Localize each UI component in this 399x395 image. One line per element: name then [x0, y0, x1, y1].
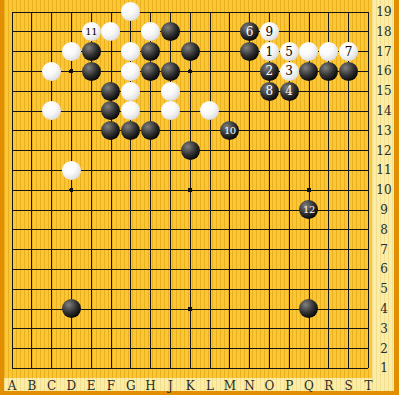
intersection-E16[interactable] — [81, 61, 101, 81]
intersection-E12[interactable] — [81, 141, 101, 161]
intersection-Q14[interactable] — [299, 101, 319, 121]
intersection-K8[interactable] — [180, 220, 200, 240]
intersection-H10[interactable] — [141, 180, 161, 200]
intersection-L17[interactable] — [200, 42, 220, 62]
intersection-E9[interactable] — [81, 200, 101, 220]
intersection-H4[interactable] — [141, 299, 161, 319]
intersection-E8[interactable] — [81, 220, 101, 240]
intersection-A9[interactable] — [2, 200, 22, 220]
intersection-J14[interactable] — [160, 101, 180, 121]
intersection-G1[interactable] — [121, 358, 141, 378]
intersection-S15[interactable] — [339, 81, 359, 101]
intersection-A18[interactable] — [2, 22, 22, 42]
intersection-F9[interactable] — [101, 200, 121, 220]
intersection-M9[interactable] — [220, 200, 240, 220]
intersection-E4[interactable] — [81, 299, 101, 319]
intersection-M12[interactable] — [220, 141, 240, 161]
intersection-C15[interactable] — [42, 81, 62, 101]
intersection-Q18[interactable] — [299, 22, 319, 42]
intersection-F15[interactable] — [101, 81, 121, 101]
intersection-K12[interactable] — [180, 141, 200, 161]
intersection-R2[interactable] — [319, 339, 339, 359]
intersection-F17[interactable] — [101, 42, 121, 62]
intersection-G12[interactable] — [121, 141, 141, 161]
intersection-J1[interactable] — [160, 358, 180, 378]
intersection-O4[interactable] — [259, 299, 279, 319]
intersection-A13[interactable] — [2, 121, 22, 141]
intersection-C18[interactable] — [42, 22, 62, 42]
intersection-C8[interactable] — [42, 220, 62, 240]
intersection-E18[interactable]: 11 — [81, 22, 101, 42]
intersection-N9[interactable] — [240, 200, 260, 220]
intersection-H14[interactable] — [141, 101, 161, 121]
intersection-K9[interactable] — [180, 200, 200, 220]
intersection-O3[interactable] — [259, 319, 279, 339]
intersection-L4[interactable] — [200, 299, 220, 319]
intersection-J5[interactable] — [160, 279, 180, 299]
intersection-N18[interactable]: 6 — [240, 22, 260, 42]
intersection-J8[interactable] — [160, 220, 180, 240]
intersection-A16[interactable] — [2, 61, 22, 81]
intersection-T4[interactable] — [358, 299, 378, 319]
intersection-F14[interactable] — [101, 101, 121, 121]
intersection-K19[interactable] — [180, 2, 200, 22]
intersection-K1[interactable] — [180, 358, 200, 378]
intersection-Q7[interactable] — [299, 240, 319, 260]
intersection-B5[interactable] — [22, 279, 42, 299]
intersection-S19[interactable] — [339, 2, 359, 22]
intersection-J3[interactable] — [160, 319, 180, 339]
intersection-G17[interactable] — [121, 42, 141, 62]
intersection-C1[interactable] — [42, 358, 62, 378]
intersection-B8[interactable] — [22, 220, 42, 240]
intersection-A12[interactable] — [2, 141, 22, 161]
intersection-H2[interactable] — [141, 339, 161, 359]
intersection-M19[interactable] — [220, 2, 240, 22]
intersection-J6[interactable] — [160, 259, 180, 279]
intersection-L9[interactable] — [200, 200, 220, 220]
intersection-S1[interactable] — [339, 358, 359, 378]
intersection-T6[interactable] — [358, 259, 378, 279]
intersection-O10[interactable] — [259, 180, 279, 200]
intersection-N8[interactable] — [240, 220, 260, 240]
intersection-E5[interactable] — [81, 279, 101, 299]
intersection-T3[interactable] — [358, 319, 378, 339]
intersection-H11[interactable] — [141, 160, 161, 180]
intersection-R15[interactable] — [319, 81, 339, 101]
intersection-F13[interactable] — [101, 121, 121, 141]
intersection-B7[interactable] — [22, 240, 42, 260]
intersection-B14[interactable] — [22, 101, 42, 121]
intersection-L8[interactable] — [200, 220, 220, 240]
intersection-C12[interactable] — [42, 141, 62, 161]
intersection-D13[interactable] — [61, 121, 81, 141]
intersection-B4[interactable] — [22, 299, 42, 319]
intersection-N13[interactable] — [240, 121, 260, 141]
intersection-D14[interactable] — [61, 101, 81, 121]
intersection-E15[interactable] — [81, 81, 101, 101]
intersection-B13[interactable] — [22, 121, 42, 141]
intersection-P9[interactable] — [279, 200, 299, 220]
intersection-N11[interactable] — [240, 160, 260, 180]
intersection-F3[interactable] — [101, 319, 121, 339]
intersection-L16[interactable] — [200, 61, 220, 81]
intersection-G5[interactable] — [121, 279, 141, 299]
intersection-S8[interactable] — [339, 220, 359, 240]
intersection-Q11[interactable] — [299, 160, 319, 180]
intersection-T16[interactable] — [358, 61, 378, 81]
intersection-T1[interactable] — [358, 358, 378, 378]
intersection-B3[interactable] — [22, 319, 42, 339]
intersection-Q8[interactable] — [299, 220, 319, 240]
intersection-A3[interactable] — [2, 319, 22, 339]
intersection-N10[interactable] — [240, 180, 260, 200]
intersection-L19[interactable] — [200, 2, 220, 22]
intersection-Q3[interactable] — [299, 319, 319, 339]
intersection-K11[interactable] — [180, 160, 200, 180]
intersection-B1[interactable] — [22, 358, 42, 378]
intersection-T9[interactable] — [358, 200, 378, 220]
intersection-M10[interactable] — [220, 180, 240, 200]
intersection-R10[interactable] — [319, 180, 339, 200]
intersection-E7[interactable] — [81, 240, 101, 260]
intersection-G14[interactable] — [121, 101, 141, 121]
intersection-T12[interactable] — [358, 141, 378, 161]
intersection-H1[interactable] — [141, 358, 161, 378]
intersection-S10[interactable] — [339, 180, 359, 200]
intersection-A17[interactable] — [2, 42, 22, 62]
intersection-C16[interactable] — [42, 61, 62, 81]
intersection-C6[interactable] — [42, 259, 62, 279]
intersection-G3[interactable] — [121, 319, 141, 339]
intersection-G13[interactable] — [121, 121, 141, 141]
intersection-O19[interactable] — [259, 2, 279, 22]
intersection-E17[interactable] — [81, 42, 101, 62]
intersection-N7[interactable] — [240, 240, 260, 260]
intersection-R4[interactable] — [319, 299, 339, 319]
intersection-O16[interactable]: 2 — [259, 61, 279, 81]
intersection-M16[interactable] — [220, 61, 240, 81]
intersection-G11[interactable] — [121, 160, 141, 180]
intersection-N19[interactable] — [240, 2, 260, 22]
intersection-Q19[interactable] — [299, 2, 319, 22]
intersection-M14[interactable] — [220, 101, 240, 121]
intersection-S13[interactable] — [339, 121, 359, 141]
intersection-P5[interactable] — [279, 279, 299, 299]
intersection-N2[interactable] — [240, 339, 260, 359]
intersection-K5[interactable] — [180, 279, 200, 299]
intersection-E11[interactable] — [81, 160, 101, 180]
intersection-D6[interactable] — [61, 259, 81, 279]
intersection-O18[interactable]: 9 — [259, 22, 279, 42]
intersection-Q13[interactable] — [299, 121, 319, 141]
intersection-S17[interactable]: 7 — [339, 42, 359, 62]
intersection-E1[interactable] — [81, 358, 101, 378]
intersection-C7[interactable] — [42, 240, 62, 260]
intersection-S6[interactable] — [339, 259, 359, 279]
intersection-T8[interactable] — [358, 220, 378, 240]
intersection-H7[interactable] — [141, 240, 161, 260]
intersection-J2[interactable] — [160, 339, 180, 359]
intersection-A4[interactable] — [2, 299, 22, 319]
intersection-N16[interactable] — [240, 61, 260, 81]
intersection-P12[interactable] — [279, 141, 299, 161]
intersection-G18[interactable] — [121, 22, 141, 42]
intersection-O11[interactable] — [259, 160, 279, 180]
intersection-M13[interactable]: 10 — [220, 121, 240, 141]
intersection-J15[interactable] — [160, 81, 180, 101]
intersection-L6[interactable] — [200, 259, 220, 279]
intersection-M3[interactable] — [220, 319, 240, 339]
intersection-C5[interactable] — [42, 279, 62, 299]
intersection-D11[interactable] — [61, 160, 81, 180]
intersection-J17[interactable] — [160, 42, 180, 62]
intersection-F11[interactable] — [101, 160, 121, 180]
intersection-S7[interactable] — [339, 240, 359, 260]
intersection-H16[interactable] — [141, 61, 161, 81]
intersection-B6[interactable] — [22, 259, 42, 279]
intersection-Q16[interactable] — [299, 61, 319, 81]
intersection-M6[interactable] — [220, 259, 240, 279]
intersection-M7[interactable] — [220, 240, 240, 260]
intersection-N14[interactable] — [240, 101, 260, 121]
intersection-F2[interactable] — [101, 339, 121, 359]
intersection-B11[interactable] — [22, 160, 42, 180]
intersection-O13[interactable] — [259, 121, 279, 141]
intersection-A15[interactable] — [2, 81, 22, 101]
intersection-K3[interactable] — [180, 319, 200, 339]
intersection-S18[interactable] — [339, 22, 359, 42]
intersection-O6[interactable] — [259, 259, 279, 279]
intersection-F7[interactable] — [101, 240, 121, 260]
intersection-P14[interactable] — [279, 101, 299, 121]
intersection-N3[interactable] — [240, 319, 260, 339]
intersection-M18[interactable] — [220, 22, 240, 42]
intersection-K10[interactable] — [180, 180, 200, 200]
intersection-E3[interactable] — [81, 319, 101, 339]
intersection-H6[interactable] — [141, 259, 161, 279]
intersection-D15[interactable] — [61, 81, 81, 101]
intersection-K7[interactable] — [180, 240, 200, 260]
intersection-P18[interactable] — [279, 22, 299, 42]
intersection-T11[interactable] — [358, 160, 378, 180]
intersection-P16[interactable]: 3 — [279, 61, 299, 81]
intersection-H13[interactable] — [141, 121, 161, 141]
intersection-R18[interactable] — [319, 22, 339, 42]
intersection-T13[interactable] — [358, 121, 378, 141]
intersection-D10[interactable] — [61, 180, 81, 200]
intersection-C11[interactable] — [42, 160, 62, 180]
intersection-S14[interactable] — [339, 101, 359, 121]
intersection-G7[interactable] — [121, 240, 141, 260]
intersection-P19[interactable] — [279, 2, 299, 22]
intersection-M15[interactable] — [220, 81, 240, 101]
intersection-O15[interactable]: 8 — [259, 81, 279, 101]
intersection-D16[interactable] — [61, 61, 81, 81]
intersection-E6[interactable] — [81, 259, 101, 279]
intersection-R7[interactable] — [319, 240, 339, 260]
intersection-L2[interactable] — [200, 339, 220, 359]
intersection-S2[interactable] — [339, 339, 359, 359]
intersection-P15[interactable]: 4 — [279, 81, 299, 101]
intersection-C3[interactable] — [42, 319, 62, 339]
intersection-D7[interactable] — [61, 240, 81, 260]
intersection-L3[interactable] — [200, 319, 220, 339]
intersection-R19[interactable] — [319, 2, 339, 22]
intersection-A7[interactable] — [2, 240, 22, 260]
intersection-T7[interactable] — [358, 240, 378, 260]
intersection-H8[interactable] — [141, 220, 161, 240]
intersection-G6[interactable] — [121, 259, 141, 279]
intersection-A14[interactable] — [2, 101, 22, 121]
intersection-J9[interactable] — [160, 200, 180, 220]
intersection-L15[interactable] — [200, 81, 220, 101]
intersection-H12[interactable] — [141, 141, 161, 161]
intersection-P11[interactable] — [279, 160, 299, 180]
intersection-R3[interactable] — [319, 319, 339, 339]
intersection-B19[interactable] — [22, 2, 42, 22]
intersection-F10[interactable] — [101, 180, 121, 200]
intersection-F1[interactable] — [101, 358, 121, 378]
intersection-A2[interactable] — [2, 339, 22, 359]
intersection-F8[interactable] — [101, 220, 121, 240]
intersection-N1[interactable] — [240, 358, 260, 378]
intersection-P6[interactable] — [279, 259, 299, 279]
intersection-S9[interactable] — [339, 200, 359, 220]
intersection-C17[interactable] — [42, 42, 62, 62]
intersection-J10[interactable] — [160, 180, 180, 200]
intersection-D3[interactable] — [61, 319, 81, 339]
intersection-F16[interactable] — [101, 61, 121, 81]
intersection-L12[interactable] — [200, 141, 220, 161]
intersection-R1[interactable] — [319, 358, 339, 378]
intersection-P13[interactable] — [279, 121, 299, 141]
intersection-A11[interactable] — [2, 160, 22, 180]
intersection-T15[interactable] — [358, 81, 378, 101]
intersection-J12[interactable] — [160, 141, 180, 161]
intersection-B16[interactable] — [22, 61, 42, 81]
intersection-R9[interactable] — [319, 200, 339, 220]
intersection-E10[interactable] — [81, 180, 101, 200]
intersection-T5[interactable] — [358, 279, 378, 299]
intersection-M2[interactable] — [220, 339, 240, 359]
intersection-G8[interactable] — [121, 220, 141, 240]
intersection-R12[interactable] — [319, 141, 339, 161]
intersection-R11[interactable] — [319, 160, 339, 180]
intersection-B12[interactable] — [22, 141, 42, 161]
intersection-D4[interactable] — [61, 299, 81, 319]
intersection-A1[interactable] — [2, 358, 22, 378]
intersection-O5[interactable] — [259, 279, 279, 299]
intersection-K6[interactable] — [180, 259, 200, 279]
intersection-L13[interactable] — [200, 121, 220, 141]
intersection-P4[interactable] — [279, 299, 299, 319]
intersection-G15[interactable] — [121, 81, 141, 101]
intersection-L14[interactable] — [200, 101, 220, 121]
intersection-O8[interactable] — [259, 220, 279, 240]
intersection-Q6[interactable] — [299, 259, 319, 279]
intersection-N4[interactable] — [240, 299, 260, 319]
intersection-K16[interactable] — [180, 61, 200, 81]
intersection-P2[interactable] — [279, 339, 299, 359]
intersection-Q5[interactable] — [299, 279, 319, 299]
intersection-O12[interactable] — [259, 141, 279, 161]
intersection-M4[interactable] — [220, 299, 240, 319]
intersection-H18[interactable] — [141, 22, 161, 42]
intersection-Q2[interactable] — [299, 339, 319, 359]
intersection-R13[interactable] — [319, 121, 339, 141]
intersection-Q1[interactable] — [299, 358, 319, 378]
intersection-P7[interactable] — [279, 240, 299, 260]
intersection-G9[interactable] — [121, 200, 141, 220]
intersection-S16[interactable] — [339, 61, 359, 81]
intersection-S12[interactable] — [339, 141, 359, 161]
intersection-Q12[interactable] — [299, 141, 319, 161]
intersection-K17[interactable] — [180, 42, 200, 62]
intersection-D18[interactable] — [61, 22, 81, 42]
intersection-J7[interactable] — [160, 240, 180, 260]
intersection-H17[interactable] — [141, 42, 161, 62]
intersection-A5[interactable] — [2, 279, 22, 299]
intersection-G19[interactable] — [121, 2, 141, 22]
intersection-K18[interactable] — [180, 22, 200, 42]
intersection-A6[interactable] — [2, 259, 22, 279]
intersection-T14[interactable] — [358, 101, 378, 121]
intersection-F12[interactable] — [101, 141, 121, 161]
intersection-Q9[interactable]: 12 — [299, 200, 319, 220]
intersection-T10[interactable] — [358, 180, 378, 200]
intersection-R17[interactable] — [319, 42, 339, 62]
intersection-P3[interactable] — [279, 319, 299, 339]
intersection-S5[interactable] — [339, 279, 359, 299]
intersection-T18[interactable] — [358, 22, 378, 42]
intersection-G4[interactable] — [121, 299, 141, 319]
intersection-K4[interactable] — [180, 299, 200, 319]
intersection-C19[interactable] — [42, 2, 62, 22]
intersection-C14[interactable] — [42, 101, 62, 121]
intersection-O14[interactable] — [259, 101, 279, 121]
intersection-L11[interactable] — [200, 160, 220, 180]
intersection-J16[interactable] — [160, 61, 180, 81]
intersection-P17[interactable]: 5 — [279, 42, 299, 62]
intersection-K13[interactable] — [180, 121, 200, 141]
intersection-E13[interactable] — [81, 121, 101, 141]
intersection-O7[interactable] — [259, 240, 279, 260]
intersection-H3[interactable] — [141, 319, 161, 339]
intersection-M17[interactable] — [220, 42, 240, 62]
intersection-N5[interactable] — [240, 279, 260, 299]
intersection-B18[interactable] — [22, 22, 42, 42]
intersection-H19[interactable] — [141, 2, 161, 22]
intersection-L18[interactable] — [200, 22, 220, 42]
intersection-L5[interactable] — [200, 279, 220, 299]
intersection-C10[interactable] — [42, 180, 62, 200]
intersection-Q15[interactable] — [299, 81, 319, 101]
intersection-S4[interactable] — [339, 299, 359, 319]
intersection-D8[interactable] — [61, 220, 81, 240]
intersection-M8[interactable] — [220, 220, 240, 240]
intersection-K14[interactable] — [180, 101, 200, 121]
intersection-J11[interactable] — [160, 160, 180, 180]
intersection-O9[interactable] — [259, 200, 279, 220]
intersection-T19[interactable] — [358, 2, 378, 22]
intersection-R6[interactable] — [319, 259, 339, 279]
intersection-B9[interactable] — [22, 200, 42, 220]
intersection-N17[interactable] — [240, 42, 260, 62]
intersection-F5[interactable] — [101, 279, 121, 299]
intersection-G10[interactable] — [121, 180, 141, 200]
intersection-D12[interactable] — [61, 141, 81, 161]
